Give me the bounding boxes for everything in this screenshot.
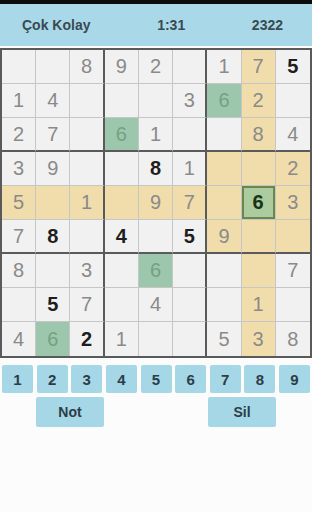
cell-r4c3[interactable] [70,152,104,186]
cell-r3c1[interactable]: 2 [2,118,36,152]
cell-r8c5[interactable]: 4 [139,288,173,322]
numpad-button-9[interactable]: 9 [279,365,310,393]
cell-r8c7[interactable] [207,288,241,322]
cell-r2c2[interactable]: 4 [36,84,70,118]
cell-r5c4[interactable] [105,186,139,220]
cell-r8c9[interactable] [276,288,310,322]
cell-r2c8[interactable]: 2 [242,84,276,118]
cell-r3c2[interactable]: 7 [36,118,70,152]
cell-r9c6[interactable] [173,322,207,356]
cell-r5c3[interactable]: 1 [70,186,104,220]
numpad: 123456789 [0,365,312,393]
cell-r2c3[interactable] [70,84,104,118]
cell-r7c8[interactable] [242,254,276,288]
cell-r7c6[interactable] [173,254,207,288]
numpad-button-3[interactable]: 3 [71,365,102,393]
header-bar: Çok Kolay 1:31 2322 [0,4,312,46]
numpad-button-1[interactable]: 1 [2,365,33,393]
cell-r3c4[interactable]: 6 [105,118,139,152]
cell-r8c3[interactable]: 7 [70,288,104,322]
cell-r1c7[interactable]: 1 [207,50,241,84]
cell-r1c3[interactable]: 8 [70,50,104,84]
numpad-button-7[interactable]: 7 [210,365,241,393]
cell-r2c5[interactable] [139,84,173,118]
cell-r1c6[interactable] [173,50,207,84]
delete-button[interactable]: Sil [208,397,276,427]
cell-r3c3[interactable] [70,118,104,152]
cell-r5c5[interactable]: 9 [139,186,173,220]
cell-r6c4[interactable]: 4 [105,220,139,254]
cell-r2c6[interactable]: 3 [173,84,207,118]
cell-r6c6[interactable]: 5 [173,220,207,254]
cell-r1c8[interactable]: 7 [242,50,276,84]
cell-r9c8[interactable]: 3 [242,322,276,356]
timer: 1:31 [157,17,185,33]
numpad-button-4[interactable]: 4 [106,365,137,393]
numpad-button-2[interactable]: 2 [37,365,68,393]
cell-r9c9[interactable]: 8 [276,322,310,356]
numpad-button-8[interactable]: 8 [244,365,275,393]
cell-r5c9[interactable]: 3 [276,186,310,220]
cell-r5c7[interactable] [207,186,241,220]
cell-r1c1[interactable] [2,50,36,84]
note-button[interactable]: Not [36,397,104,427]
cell-r6c9[interactable] [276,220,310,254]
cell-r4c7[interactable] [207,152,241,186]
cell-r7c4[interactable] [105,254,139,288]
cell-r7c9[interactable]: 7 [276,254,310,288]
numpad-button-6[interactable]: 6 [175,365,206,393]
cell-r7c2[interactable] [36,254,70,288]
puzzle-number: 2322 [252,17,283,33]
cell-r3c5[interactable]: 1 [139,118,173,152]
cell-r3c9[interactable]: 4 [276,118,310,152]
cell-r8c1[interactable] [2,288,36,322]
cell-r9c3[interactable]: 2 [70,322,104,356]
cell-r8c2[interactable]: 5 [36,288,70,322]
cell-r5c6[interactable]: 7 [173,186,207,220]
cell-r7c5[interactable]: 6 [139,254,173,288]
cell-r4c1[interactable]: 3 [2,152,36,186]
cell-r6c1[interactable]: 7 [2,220,36,254]
cell-r7c3[interactable]: 3 [70,254,104,288]
app-screen: Çok Kolay 1:31 2322 89217514362276184398… [0,0,312,512]
cell-r3c7[interactable] [207,118,241,152]
cell-r6c7[interactable]: 9 [207,220,241,254]
cell-r4c5[interactable]: 8 [139,152,173,186]
cell-r8c4[interactable] [105,288,139,322]
cell-r9c7[interactable]: 5 [207,322,241,356]
cell-r9c2[interactable]: 6 [36,322,70,356]
cell-r7c7[interactable] [207,254,241,288]
cell-r1c4[interactable]: 9 [105,50,139,84]
cell-r5c2[interactable] [36,186,70,220]
cell-r2c4[interactable] [105,84,139,118]
cell-r6c3[interactable] [70,220,104,254]
cell-r2c9[interactable] [276,84,310,118]
cell-r1c2[interactable] [36,50,70,84]
cell-r9c5[interactable] [139,322,173,356]
cell-r5c8[interactable]: 6 [242,186,276,220]
cell-r1c5[interactable]: 2 [139,50,173,84]
sudoku-board: 8921751436227618439812519763784598367574… [0,48,312,358]
cell-r4c8[interactable] [242,152,276,186]
cell-r4c4[interactable] [105,152,139,186]
cell-r2c7[interactable]: 6 [207,84,241,118]
cell-r7c1[interactable]: 8 [2,254,36,288]
difficulty-label: Çok Kolay [22,17,90,33]
cell-r5c1[interactable]: 5 [2,186,36,220]
cell-r1c9[interactable]: 5 [276,50,310,84]
cell-r6c8[interactable] [242,220,276,254]
cell-r9c1[interactable]: 4 [2,322,36,356]
cell-r6c2[interactable]: 8 [36,220,70,254]
numpad-button-5[interactable]: 5 [141,365,172,393]
cell-r9c4[interactable]: 1 [105,322,139,356]
cell-r4c9[interactable]: 2 [276,152,310,186]
cell-r3c8[interactable]: 8 [242,118,276,152]
cell-r4c6[interactable]: 1 [173,152,207,186]
cell-r8c8[interactable]: 1 [242,288,276,322]
cell-r6c5[interactable] [139,220,173,254]
cell-r2c1[interactable]: 1 [2,84,36,118]
cell-r3c6[interactable] [173,118,207,152]
cell-r8c6[interactable] [173,288,207,322]
cell-r4c2[interactable]: 9 [36,152,70,186]
